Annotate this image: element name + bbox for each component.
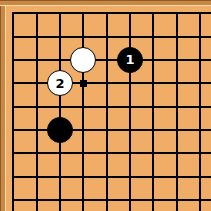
intersection-7-8	[165, 188, 188, 211]
intersection-0-7	[2, 165, 25, 188]
intersection-2-3: 2	[48, 72, 71, 95]
intersection-0-5	[2, 118, 25, 141]
intersection-7-7	[165, 165, 188, 188]
move-number-label: 2	[55, 76, 64, 89]
intersection-7-2	[165, 48, 188, 71]
hoshi-square-marker	[80, 80, 87, 87]
intersection-2-1	[48, 25, 71, 48]
intersection-8-8	[188, 188, 211, 211]
intersection-6-7	[142, 165, 165, 188]
intersection-1-2	[25, 48, 48, 71]
intersection-1-1	[25, 25, 48, 48]
intersection-4-4	[95, 95, 118, 118]
intersection-7-0	[165, 2, 188, 25]
intersection-3-1	[72, 25, 95, 48]
intersection-8-5	[188, 118, 211, 141]
intersection-5-3	[118, 72, 141, 95]
intersection-3-4	[72, 95, 95, 118]
intersection-0-6	[2, 142, 25, 165]
intersection-6-0	[142, 2, 165, 25]
intersection-1-5	[25, 118, 48, 141]
intersection-4-7	[95, 165, 118, 188]
white-stone	[70, 47, 96, 73]
intersection-5-7	[118, 165, 141, 188]
intersection-3-5	[72, 118, 95, 141]
intersection-3-6	[72, 142, 95, 165]
intersection-8-4	[188, 95, 211, 118]
intersection-4-5	[95, 118, 118, 141]
intersection-5-1	[118, 25, 141, 48]
intersection-8-1	[188, 25, 211, 48]
intersection-2-5	[48, 118, 71, 141]
intersection-2-2	[48, 48, 71, 71]
intersection-2-7	[48, 165, 71, 188]
intersection-6-1	[142, 25, 165, 48]
intersection-0-3	[2, 72, 25, 95]
intersection-2-8	[48, 188, 71, 211]
intersection-6-6	[142, 142, 165, 165]
intersection-7-1	[165, 25, 188, 48]
intersection-6-3	[142, 72, 165, 95]
intersection-4-0	[95, 2, 118, 25]
intersection-1-4	[25, 95, 48, 118]
intersection-5-5	[118, 118, 141, 141]
intersection-6-5	[142, 118, 165, 141]
intersection-3-8	[72, 188, 95, 211]
intersection-3-0	[72, 2, 95, 25]
black-stone-move-1: 1	[117, 47, 143, 73]
intersection-7-4	[165, 95, 188, 118]
intersection-5-4	[118, 95, 141, 118]
intersection-8-0	[188, 2, 211, 25]
intersection-7-3	[165, 72, 188, 95]
intersection-4-8	[95, 188, 118, 211]
intersection-3-7	[72, 165, 95, 188]
move-number-label: 1	[125, 53, 134, 66]
intersection-4-2	[95, 48, 118, 71]
intersection-0-8	[2, 188, 25, 211]
intersection-5-0	[118, 2, 141, 25]
intersection-1-0	[25, 2, 48, 25]
intersection-1-8	[25, 188, 48, 211]
black-stone	[47, 117, 73, 143]
intersection-4-3	[95, 72, 118, 95]
intersection-8-2	[188, 48, 211, 71]
intersection-1-7	[25, 165, 48, 188]
intersection-1-6	[25, 142, 48, 165]
intersection-0-2	[2, 48, 25, 71]
intersection-2-6	[48, 142, 71, 165]
white-stone-move-2: 2	[47, 70, 73, 96]
intersection-8-6	[188, 142, 211, 165]
intersection-4-6	[95, 142, 118, 165]
intersection-2-0	[48, 2, 71, 25]
intersection-0-1	[2, 25, 25, 48]
intersection-3-3	[72, 72, 95, 95]
intersection-7-6	[165, 142, 188, 165]
intersection-6-8	[142, 188, 165, 211]
intersection-6-4	[142, 95, 165, 118]
intersection-5-8	[118, 188, 141, 211]
intersection-0-0	[2, 2, 25, 25]
intersection-6-2	[142, 48, 165, 71]
intersection-1-3	[25, 72, 48, 95]
intersection-5-2: 1	[118, 48, 141, 71]
intersection-2-4	[48, 95, 71, 118]
intersection-0-4	[2, 95, 25, 118]
intersection-4-1	[95, 25, 118, 48]
intersection-7-5	[165, 118, 188, 141]
go-board-grid: 12	[2, 2, 211, 211]
intersection-8-7	[188, 165, 211, 188]
intersection-3-2	[72, 48, 95, 71]
go-board-diagram: 12	[0, 0, 211, 211]
intersection-5-6	[118, 142, 141, 165]
intersection-8-3	[188, 72, 211, 95]
